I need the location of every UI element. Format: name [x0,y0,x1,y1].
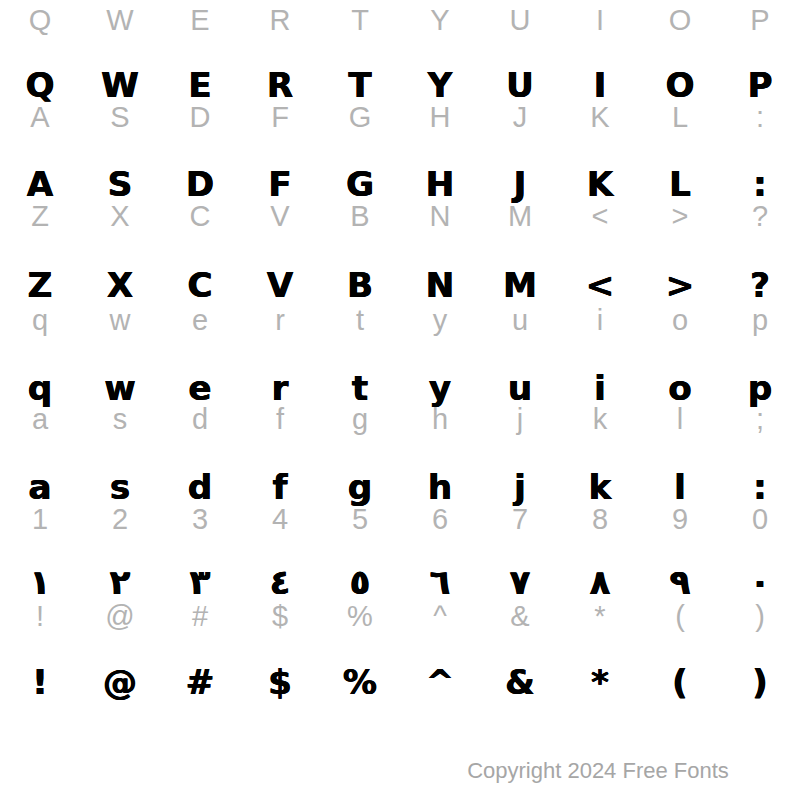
reference-char: @ [80,592,160,640]
reference-char: F [240,93,320,141]
reference-char: Q [0,0,80,44]
reference-char: 8 [560,495,640,543]
reference-char: J [480,93,560,141]
reference-char: % [320,592,400,640]
reference-char: 9 [640,495,720,543]
reference-char: q [0,296,80,344]
reference-char: ) [720,592,800,640]
reference-char: D [160,93,240,141]
reference-char: i [560,296,640,344]
reference-char: M [480,192,560,240]
reference-char: h [400,395,480,443]
reference-char: t [320,296,400,344]
reference-char: ( [640,592,720,640]
reference-char: g [320,395,400,443]
reference-char: l [640,395,720,443]
reference-char: P [720,0,800,44]
reference-char: $ [240,592,320,640]
reference-char: u [480,296,560,344]
reference-char: ! [0,592,80,640]
reference-char: ; [720,395,800,443]
reference-char: > [640,192,720,240]
reference-char: e [160,296,240,344]
reference-row: !@#$%^&*() [0,592,800,640]
reference-char: 0 [720,495,800,543]
reference-char: 1 [0,495,80,543]
reference-char: 5 [320,495,400,543]
reference-char: U [480,0,560,44]
reference-char: Y [400,0,480,44]
reference-char: 7 [480,495,560,543]
reference-char: I [560,0,640,44]
reference-row: qwertyuiop [0,296,800,344]
reference-char: p [720,296,800,344]
reference-char: K [560,93,640,141]
reference-row: ASDFGHJKL: [0,93,800,141]
reference-char: G [320,93,400,141]
reference-char: A [0,93,80,141]
reference-char: 2 [80,495,160,543]
reference-char: O [640,0,720,44]
specimen-char: $ [240,658,320,706]
reference-char: # [160,592,240,640]
reference-char: w [80,296,160,344]
reference-char: ^ [400,592,480,640]
reference-char: : [720,93,800,141]
font-specimen-sheet: QWERTYUIOPQWERTYUIOPASDFGHJKL:ASDFGHJKL:… [0,0,800,800]
reference-char: o [640,296,720,344]
reference-char: V [240,192,320,240]
reference-char: S [80,93,160,141]
reference-char: d [160,395,240,443]
reference-row: ZXCVBNM<>? [0,192,800,240]
reference-row: QWERTYUIOP [0,0,800,44]
specimen-char: @ [80,658,160,706]
specimen-char: # [160,658,240,706]
reference-char: f [240,395,320,443]
specimen-char: & [480,658,560,706]
reference-char: 6 [400,495,480,543]
specimen-char: % [320,658,400,706]
reference-char: H [400,93,480,141]
reference-char: N [400,192,480,240]
reference-char: j [480,395,560,443]
reference-char: r [240,296,320,344]
specimen-char: * [560,658,640,706]
reference-char: 4 [240,495,320,543]
reference-char: a [0,395,80,443]
reference-char: Z [0,192,80,240]
reference-char: R [240,0,320,44]
reference-char: 3 [160,495,240,543]
reference-char: C [160,192,240,240]
copyright-text: Copyright 2024 Free Fonts [438,759,758,783]
reference-char: s [80,395,160,443]
reference-char: X [80,192,160,240]
reference-char: y [400,296,480,344]
reference-row: 1234567890 [0,495,800,543]
reference-char: * [560,592,640,640]
reference-char: T [320,0,400,44]
reference-char: k [560,395,640,443]
specimen-row: !@#$%^&*() [0,658,800,706]
reference-char: L [640,93,720,141]
reference-char: ? [720,192,800,240]
reference-char: B [320,192,400,240]
reference-char: & [480,592,560,640]
specimen-char: ^ [400,658,480,706]
specimen-char: ( [640,658,720,706]
reference-char: W [80,0,160,44]
specimen-char: ) [720,658,800,706]
reference-char: < [560,192,640,240]
reference-row: asdfghjkl; [0,395,800,443]
reference-char: E [160,0,240,44]
specimen-char: ! [0,658,80,706]
